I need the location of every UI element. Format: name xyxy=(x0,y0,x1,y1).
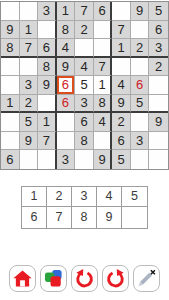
cell-r8c3[interactable]: 7 xyxy=(38,132,57,151)
numpad-key-2[interactable]: 2 xyxy=(47,187,72,208)
cell-r5c5[interactable]: 5 xyxy=(75,76,94,95)
cell-r3c2[interactable]: 7 xyxy=(20,39,39,58)
cell-r4c7[interactable] xyxy=(112,58,131,77)
cell-r4c2[interactable] xyxy=(20,58,39,77)
cell-r6c6[interactable]: 8 xyxy=(94,95,113,114)
undo-button[interactable] xyxy=(71,265,98,292)
numpad-key-1[interactable]: 1 xyxy=(22,187,47,208)
cell-r3c7[interactable]: 1 xyxy=(112,39,131,58)
cell-r1c4[interactable]: 1 xyxy=(57,2,76,21)
numpad-key-7[interactable]: 7 xyxy=(47,207,72,228)
cell-r5c4[interactable]: 6 xyxy=(57,76,76,95)
cell-r5c1[interactable] xyxy=(1,76,20,95)
cell-r5c7[interactable]: 4 xyxy=(112,76,131,95)
toolbar xyxy=(0,265,169,292)
cell-r6c9[interactable] xyxy=(149,95,168,114)
numpad-key-6[interactable]: 6 xyxy=(22,207,47,228)
cell-r9c2[interactable] xyxy=(20,150,39,169)
numpad-key-empty[interactable] xyxy=(122,207,147,228)
cell-r1c7[interactable] xyxy=(112,2,131,21)
sudoku-board: 3176959182768764123894723965146126389551… xyxy=(0,1,169,170)
cell-r2c7[interactable]: 7 xyxy=(112,21,131,40)
cell-r4c9[interactable]: 2 xyxy=(149,58,168,77)
cell-r9c6[interactable]: 9 xyxy=(94,150,113,169)
cell-r9c7[interactable]: 5 xyxy=(112,150,131,169)
cell-r1c6[interactable]: 6 xyxy=(94,2,113,21)
number-pad: 123456789 xyxy=(21,186,148,229)
cell-r5c8[interactable]: 6 xyxy=(131,76,150,95)
cell-r2c9[interactable]: 6 xyxy=(149,21,168,40)
home-button[interactable] xyxy=(9,265,36,292)
cell-r8c8[interactable]: 3 xyxy=(131,132,150,151)
redo-button[interactable] xyxy=(102,265,129,292)
cell-r8c1[interactable] xyxy=(1,132,20,151)
cell-r6c7[interactable]: 9 xyxy=(112,95,131,114)
cell-r8c9[interactable] xyxy=(149,132,168,151)
pencil-button[interactable] xyxy=(133,265,160,292)
cell-r6c5[interactable]: 3 xyxy=(75,95,94,114)
cell-r2c4[interactable]: 8 xyxy=(57,21,76,40)
cell-r5c2[interactable]: 3 xyxy=(20,76,39,95)
cell-r8c6[interactable] xyxy=(94,132,113,151)
cell-r9c3[interactable] xyxy=(38,150,57,169)
cell-r1c5[interactable]: 7 xyxy=(75,2,94,21)
cell-r5c9[interactable] xyxy=(149,76,168,95)
cell-r7c2[interactable]: 5 xyxy=(20,113,39,132)
cell-r4c1[interactable] xyxy=(1,58,20,77)
cell-r7c9[interactable]: 9 xyxy=(149,113,168,132)
cell-r3c4[interactable]: 4 xyxy=(57,39,76,58)
cell-r7c3[interactable]: 1 xyxy=(38,113,57,132)
cell-r8c7[interactable]: 6 xyxy=(112,132,131,151)
palette-icon xyxy=(42,267,65,290)
cell-r7c5[interactable]: 6 xyxy=(75,113,94,132)
redo-icon xyxy=(104,267,127,290)
cell-r2c1[interactable]: 9 xyxy=(1,21,20,40)
cell-r6c1[interactable]: 1 xyxy=(1,95,20,114)
cell-r5c6[interactable]: 1 xyxy=(94,76,113,95)
cell-r6c4[interactable]: 6 xyxy=(57,95,76,114)
cell-r2c8[interactable] xyxy=(131,21,150,40)
numpad-key-3[interactable]: 3 xyxy=(72,187,97,208)
cell-r8c4[interactable] xyxy=(57,132,76,151)
cell-r6c8[interactable]: 5 xyxy=(131,95,150,114)
cell-r3c8[interactable]: 2 xyxy=(131,39,150,58)
cell-r1c1[interactable] xyxy=(1,2,20,21)
cell-r4c5[interactable]: 4 xyxy=(75,58,94,77)
cell-r7c1[interactable] xyxy=(1,113,20,132)
cell-r8c5[interactable]: 8 xyxy=(75,132,94,151)
home-icon xyxy=(11,267,34,290)
cell-r1c8[interactable]: 9 xyxy=(131,2,150,21)
pencil-icon xyxy=(135,267,158,290)
cell-r8c2[interactable]: 9 xyxy=(20,132,39,151)
cell-r4c4[interactable]: 9 xyxy=(57,58,76,77)
cell-r6c2[interactable]: 2 xyxy=(20,95,39,114)
numpad-key-4[interactable]: 4 xyxy=(97,187,122,208)
numpad-key-9[interactable]: 9 xyxy=(97,207,122,228)
cell-r9c1[interactable]: 6 xyxy=(1,150,20,169)
cell-r2c3[interactable] xyxy=(38,21,57,40)
cell-r2c2[interactable]: 1 xyxy=(20,21,39,40)
cell-r2c6[interactable] xyxy=(94,21,113,40)
cell-r3c9[interactable]: 3 xyxy=(149,39,168,58)
undo-icon xyxy=(73,267,96,290)
cell-r1c2[interactable] xyxy=(20,2,39,21)
cell-r3c3[interactable]: 6 xyxy=(38,39,57,58)
cell-r9c5[interactable] xyxy=(75,150,94,169)
cell-r4c6[interactable]: 7 xyxy=(94,58,113,77)
cell-r4c3[interactable]: 8 xyxy=(38,58,57,77)
cell-r7c6[interactable]: 4 xyxy=(94,113,113,132)
cell-r2c5[interactable]: 2 xyxy=(75,21,94,40)
cell-r7c8[interactable] xyxy=(131,113,150,132)
cell-r9c9[interactable] xyxy=(149,150,168,169)
cell-r1c3[interactable]: 3 xyxy=(38,2,57,21)
cell-r9c4[interactable]: 3 xyxy=(57,150,76,169)
numpad-key-5[interactable]: 5 xyxy=(122,187,147,208)
cell-r3c5[interactable] xyxy=(75,39,94,58)
cell-r7c4[interactable] xyxy=(57,113,76,132)
cell-r9c8[interactable] xyxy=(131,150,150,169)
cell-r7c7[interactable]: 2 xyxy=(112,113,131,132)
numpad-key-8[interactable]: 8 xyxy=(72,207,97,228)
palette-button[interactable] xyxy=(40,265,67,292)
cell-r4c8[interactable] xyxy=(131,58,150,77)
cell-r3c6[interactable] xyxy=(94,39,113,58)
cell-r1c9[interactable]: 5 xyxy=(149,2,168,21)
cell-r6c3[interactable] xyxy=(38,95,57,114)
cell-r3c1[interactable]: 8 xyxy=(1,39,20,58)
cell-r5c3[interactable]: 9 xyxy=(38,76,57,95)
